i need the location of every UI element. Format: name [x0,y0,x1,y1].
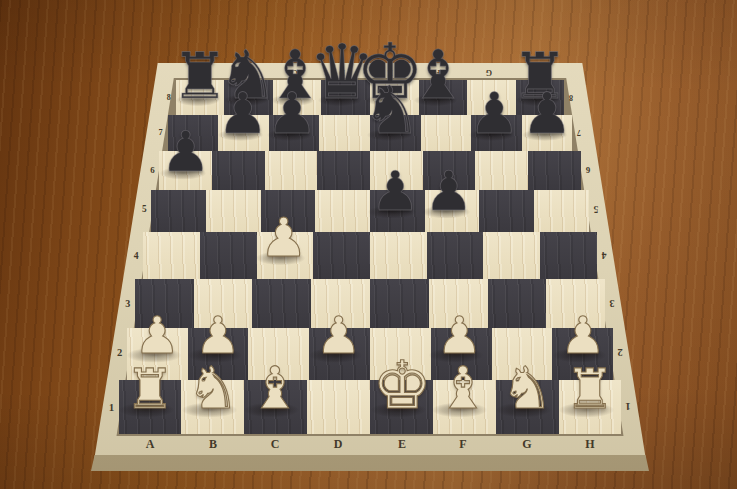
piece-black-pawn-a6[interactable]: ♟ [161,124,211,180]
piece-white-king-e1[interactable]: ♚ [372,353,431,419]
piece-white-knight-g1[interactable]: ♞ [501,359,553,417]
piece-white-pawn-h2[interactable]: ♟ [560,310,606,361]
piece-black-pawn-h7[interactable]: ♟ [522,85,573,142]
piece-white-pawn-c4[interactable]: ♟ [260,211,308,264]
piece-white-rook-h1[interactable]: ♜ [565,362,614,417]
piece-white-pawn-d2[interactable]: ♟ [316,310,362,361]
piece-black-pawn-e5[interactable]: ♟ [371,164,420,219]
piece-black-pawn-g7[interactable]: ♟ [469,85,520,142]
piece-white-pawn-a2[interactable]: ♟ [134,310,180,361]
piece-black-pawn-f5[interactable]: ♟ [424,164,473,219]
board-pieces: ♜♞♝♛♚♝♜♟♟♞♟♟♟♟♟♟♟♟♟♟♟♜♞♝♚♝♞♜ [0,0,737,489]
piece-black-pawn-c7[interactable]: ♟ [267,85,318,142]
piece-white-rook-a1[interactable]: ♜ [125,362,174,417]
piece-white-bishop-f1[interactable]: ♝ [437,359,489,417]
piece-black-pawn-b7[interactable]: ♟ [217,85,268,142]
piece-white-bishop-c1[interactable]: ♝ [249,359,301,417]
chess-board: ABCDEFGHABCDEFGH1234567812345678 ♜♞♝♛♚♝♜… [0,0,737,489]
piece-white-knight-b1[interactable]: ♞ [187,359,239,417]
app-window: ABCDEFGHABCDEFGH1234567812345678 ♜♞♝♛♚♝♜… [0,0,737,489]
piece-black-knight-e7[interactable]: ♞ [362,78,421,144]
